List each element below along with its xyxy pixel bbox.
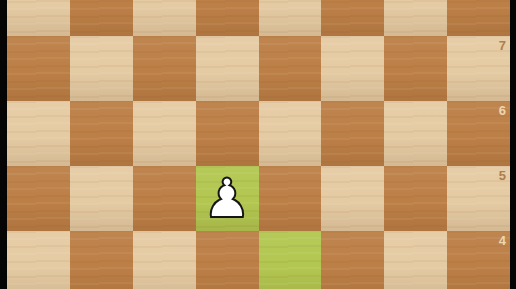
square-a5[interactable] bbox=[7, 166, 70, 231]
square-a4[interactable] bbox=[7, 231, 70, 289]
rank-label-5: 5 bbox=[499, 169, 506, 182]
white-pawn-d5[interactable]: ♟ bbox=[196, 166, 259, 231]
square-f5[interactable] bbox=[321, 166, 384, 231]
rank-label-6: 6 bbox=[499, 104, 506, 117]
square-b6[interactable] bbox=[70, 101, 133, 166]
square-g7[interactable] bbox=[384, 36, 447, 101]
square-c7[interactable] bbox=[133, 36, 196, 101]
square-c5[interactable] bbox=[133, 166, 196, 231]
square-h4[interactable]: 4 bbox=[447, 231, 510, 289]
square-g4[interactable] bbox=[384, 231, 447, 289]
square-c8[interactable] bbox=[133, 0, 196, 36]
rank-label-7: 7 bbox=[499, 39, 506, 52]
square-b7[interactable] bbox=[70, 36, 133, 101]
letterbox-right bbox=[510, 0, 516, 289]
square-e7[interactable] bbox=[259, 36, 322, 101]
square-b8[interactable] bbox=[70, 0, 133, 36]
rank-label-4: 4 bbox=[499, 234, 506, 247]
square-d4[interactable] bbox=[196, 231, 259, 289]
square-e6[interactable] bbox=[259, 101, 322, 166]
square-d6[interactable] bbox=[196, 101, 259, 166]
square-f8[interactable] bbox=[321, 0, 384, 36]
square-h5[interactable]: 5 bbox=[447, 166, 510, 231]
square-d8[interactable] bbox=[196, 0, 259, 36]
square-h8[interactable]: 8 bbox=[447, 0, 510, 36]
square-c6[interactable] bbox=[133, 101, 196, 166]
square-b4[interactable] bbox=[70, 231, 133, 289]
square-g8[interactable] bbox=[384, 0, 447, 36]
square-b5[interactable] bbox=[70, 166, 133, 231]
square-a6[interactable] bbox=[7, 101, 70, 166]
square-a7[interactable] bbox=[7, 36, 70, 101]
square-f6[interactable] bbox=[321, 101, 384, 166]
square-e8[interactable] bbox=[259, 0, 322, 36]
square-g5[interactable] bbox=[384, 166, 447, 231]
video-frame: 876♟543♟♟♟♟♟♟♟2♜a♞b♝c♛d♚e♝f♞g♜h1 bbox=[0, 0, 516, 289]
letterbox-left bbox=[0, 0, 7, 289]
square-e4[interactable] bbox=[259, 231, 322, 289]
square-f4[interactable] bbox=[321, 231, 384, 289]
square-a8[interactable] bbox=[7, 0, 70, 36]
chess-board[interactable]: 876♟543♟♟♟♟♟♟♟2♜a♞b♝c♛d♚e♝f♞g♜h1 bbox=[7, 0, 510, 289]
square-f7[interactable] bbox=[321, 36, 384, 101]
square-h6[interactable]: 6 bbox=[447, 101, 510, 166]
square-h7[interactable]: 7 bbox=[447, 36, 510, 101]
square-e5[interactable] bbox=[259, 166, 322, 231]
square-d7[interactable] bbox=[196, 36, 259, 101]
square-g6[interactable] bbox=[384, 101, 447, 166]
square-d5[interactable]: ♟ bbox=[196, 166, 259, 231]
square-c4[interactable] bbox=[133, 231, 196, 289]
